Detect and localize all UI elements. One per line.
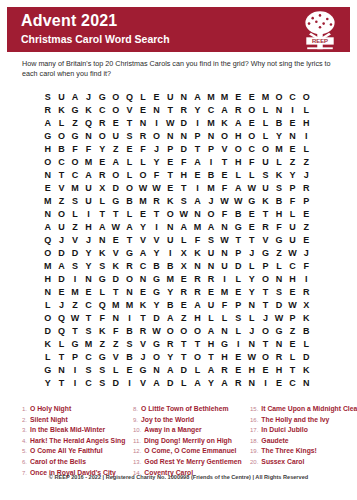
grid-cell: N [136,272,150,285]
grid-cell: B [123,324,137,337]
intro-text: How many of Britain's top 20 Christmas C… [22,59,348,80]
grid-cell: S [177,195,191,208]
grid-cell: R [231,104,245,117]
word-label: O Little Town of Bethlehem [141,405,228,412]
grid-cell: M [41,259,55,272]
grid-cell: D [177,117,191,130]
grid-cell: F [286,195,300,208]
grid-cell: S [272,182,286,195]
grid-cell: E [109,234,123,247]
grid-cell: Z [286,324,300,337]
grid-cell: A [123,221,137,234]
grid-cell: M [272,143,286,156]
grid-cell: F [272,221,286,234]
grid-cell: C [286,259,300,272]
grid-cell: L [191,363,205,376]
grid-cell: X [177,259,191,272]
grid-cell: H [286,272,300,285]
grid-cell: F [109,324,123,337]
word-list-item: 3.In the Bleak Mid-Winter [22,422,125,433]
grid-cell: J [245,246,259,259]
grid-cell: T [109,208,123,221]
grid-cell: L [299,337,313,350]
grid-cell: M [68,285,82,298]
grid-cell: L [259,130,273,143]
grid-cell: T [177,350,191,363]
grid-cell: M [218,285,232,298]
grid-cell: T [259,285,273,298]
grid-cell: L [231,272,245,285]
grid-cell: L [245,311,259,324]
grid-cell: G [95,350,109,363]
grid-cell: N [41,208,55,221]
grid-cell: O [123,272,137,285]
grid-cell: U [82,182,96,195]
grid-cell: A [191,298,205,311]
grid-cell: C [95,104,109,117]
grid-cell: A [231,117,245,130]
grid-cell: N [272,272,286,285]
grid-cell: H [204,337,218,350]
grid-cell: T [150,208,164,221]
grid-cell: F [136,143,150,156]
grid-cell: F [245,156,259,169]
grid-cell: M [163,272,177,285]
grid-cell: T [123,117,137,130]
grid-cell: S [68,195,82,208]
grid-cell: R [177,104,191,117]
grid-cell: E [272,376,286,389]
grid-cell: B [204,169,218,182]
grid-cell: A [163,363,177,376]
grid-cell: Q [41,234,55,247]
grid-cell: M [204,182,218,195]
grid-cell: A [204,363,218,376]
grid-cell: T [55,350,69,363]
grid-cell: H [41,143,55,156]
grid-cell: K [41,337,55,350]
grid-cell: N [150,104,164,117]
grid-cell: N [218,221,232,234]
grid-cell: R [259,221,273,234]
grid-cell: E [150,91,164,104]
grid-cell: K [272,169,286,182]
grid-cell: I [68,272,82,285]
grid-cell: I [150,221,164,234]
grid-cell: Z [272,246,286,259]
grid-cell: R [150,195,164,208]
grid-cell: Y [41,376,55,389]
grid-cell: S [95,376,109,389]
grid-cell: E [218,169,232,182]
grid-cell: P [231,246,245,259]
grid-cell: D [41,324,55,337]
grid-cell: O [109,91,123,104]
grid-cell: O [245,104,259,117]
grid-cell: S [82,363,96,376]
grid-cell: R [218,363,232,376]
grid-cell: F [299,259,313,272]
grid-cell: L [272,156,286,169]
grid-cell: L [123,169,137,182]
reep-tree-logo: REEP [298,9,342,55]
word-label: Carol of the Bells [30,458,86,465]
grid-cell: Z [68,117,82,130]
grid-cell: O [204,208,218,221]
grid-cell: F [68,143,82,156]
grid-cell: E [286,117,300,130]
grid-cell: A [191,376,205,389]
grid-cell: N [272,104,286,117]
grid-cell: M [191,221,205,234]
grid-cell: T [55,376,69,389]
grid-cell: H [191,311,205,324]
grid-cell: E [286,143,300,156]
page-title: Advent 2021 [21,12,117,30]
grid-cell: T [163,169,177,182]
grid-cell: R [272,350,286,363]
word-search-sheet: Advent 2021 Christmas Carol Word Search [0,0,357,500]
grid-cell: C [68,169,82,182]
word-list-item: 4.Hark! The Herald Angels Sing [22,433,125,444]
grid-cell: O [259,143,273,156]
grid-cell: A [231,182,245,195]
grid-cell: W [245,182,259,195]
word-list-column-2: 8.O Little Town of Bethlehem9.Joy to the… [133,401,242,475]
grid-cell: I [204,156,218,169]
grid-cell: J [299,169,313,182]
grid-cell: A [204,324,218,337]
grid-cell: M [204,91,218,104]
grid-cell: O [123,182,137,195]
grid-cell: T [286,363,300,376]
grid-cell: I [68,363,82,376]
grid-cell: P [204,143,218,156]
grid-cell: L [204,311,218,324]
grid-cell: C [82,298,96,311]
grid-cell: L [41,350,55,363]
grid-cell: A [204,221,218,234]
grid-cell: E [191,169,205,182]
grid-cell: B [272,195,286,208]
grid-cell: A [41,117,55,130]
grid-cell: G [150,272,164,285]
grid-cell: Z [177,311,191,324]
grid-cell: V [109,350,123,363]
grid-cell: N [163,221,177,234]
grid-cell: E [41,182,55,195]
grid-cell: T [191,143,205,156]
grid-cell: E [245,208,259,221]
grid-cell: Z [68,298,82,311]
grid-cell: H [231,156,245,169]
grid-cell: N [136,117,150,130]
grid-cell: E [136,208,150,221]
grid-cell: O [299,91,313,104]
grid-cell: X [299,298,313,311]
grid-cell: A [68,91,82,104]
header-band: Advent 2021 Christmas Carol Word Search [7,7,350,52]
grid-cell: W [163,117,177,130]
grid-cell: U [55,221,69,234]
grid-cell: F [218,208,232,221]
grid-cell: E [245,221,259,234]
grid-cell: V [136,337,150,350]
grid-cell: T [245,234,259,247]
grid-cell: Z [299,156,313,169]
grid-cell: G [123,246,137,259]
grid-cell: B [55,143,69,156]
grid-cell: G [68,130,82,143]
grid-cell: A [177,221,191,234]
word-search-grid: SUAJGOQLEUNAMMEEMOCORKGKCOVENTRYCAROLNIL… [41,91,313,389]
grid-cell: P [286,311,300,324]
grid-cell: K [191,246,205,259]
grid-cell: P [68,350,82,363]
grid-cell: T [259,298,273,311]
grid-cell: E [231,363,245,376]
word-label: It Came Upon a Midnight Clear [261,405,357,412]
grid-cell: J [299,246,313,259]
grid-cell: T [204,350,218,363]
grid-cell: Y [150,298,164,311]
grid-cell: N [109,311,123,324]
grid-cell: K [299,311,313,324]
grid-cell: K [218,117,232,130]
grid-cell: Y [245,285,259,298]
grid-cell: Y [163,350,177,363]
grid-cell: S [68,259,82,272]
grid-cell: L [218,311,232,324]
grid-cell: Q [55,324,69,337]
grid-cell: N [245,337,259,350]
grid-cell: V [136,234,150,247]
grid-cell: A [191,195,205,208]
grid-cell: V [150,234,164,247]
grid-cell: K [95,324,109,337]
grid-cell: D [231,259,245,272]
grid-cell: Q [82,117,96,130]
grid-cell: H [82,221,96,234]
grid-cell: I [163,246,177,259]
word-list-item: 12.O Come, O Come Emmanuel [133,443,242,454]
grid-cell: Y [136,221,150,234]
word-list-item: 11.Ding Dong! Merrily on High [133,433,242,444]
grid-cell: D [150,311,164,324]
grid-cell: Z [109,143,123,156]
grid-cell: A [218,104,232,117]
grid-cell: F [218,182,232,195]
grid-cell: U [218,259,232,272]
grid-cell: C [286,376,300,389]
grid-cell: T [109,285,123,298]
grid-cell: J [245,324,259,337]
grid-cell: B [163,298,177,311]
grid-cell: P [259,259,273,272]
grid-cell: E [109,117,123,130]
logo-text: REEP [312,38,328,44]
grid-cell: J [150,143,164,156]
grid-cell: O [55,208,69,221]
grid-cell: P [191,130,205,143]
grid-cell: N [150,363,164,376]
grid-cell: E [299,208,313,221]
grid-cell: I [123,376,137,389]
grid-cell: D [272,298,286,311]
grid-cell: M [136,195,150,208]
grid-cell: N [204,259,218,272]
grid-cell: T [177,337,191,350]
word-number: 20. [250,457,258,468]
grid-cell: N [123,285,137,298]
grid-cell: U [286,234,300,247]
grid-cell: E [123,143,137,156]
grid-cell: I [123,311,137,324]
grid-cell: A [95,221,109,234]
grid-cell: I [82,208,96,221]
grid-cell: O [272,91,286,104]
grid-cell: B [231,208,245,221]
grid-cell: U [82,195,96,208]
grid-cell: N [245,376,259,389]
grid-cell: E [231,350,245,363]
grid-cell: E [123,363,137,376]
grid-cell: S [272,285,286,298]
grid-cell: G [150,337,164,350]
grid-cell: U [204,298,218,311]
grid-cell: C [82,350,96,363]
grid-cell: N [272,337,286,350]
grid-cell: E [204,285,218,298]
grid-cell: A [163,311,177,324]
grid-cell: E [82,285,96,298]
grid-cell: O [55,130,69,143]
grid-cell: N [218,246,232,259]
grid-cell: L [68,208,82,221]
grid-cell: G [95,91,109,104]
grid-cell: L [245,259,259,272]
grid-cell: O [150,350,164,363]
grid-cell: L [231,324,245,337]
grid-cell: G [41,363,55,376]
grid-cell: R [299,182,313,195]
grid-cell: A [191,91,205,104]
grid-cell: D [109,272,123,285]
grid-cell: W [286,246,300,259]
grid-cell: O [259,272,273,285]
grid-cell: O [109,169,123,182]
grid-cell: M [82,156,96,169]
grid-cell: O [150,130,164,143]
grid-cell: T [136,311,150,324]
grid-cell: L [55,337,69,350]
grid-cell: Y [191,104,205,117]
grid-cell: J [82,234,96,247]
grid-cell: W [136,182,150,195]
grid-cell: L [299,143,313,156]
grid-cell: N [177,130,191,143]
grid-cell: P [163,143,177,156]
grid-cell: A [109,156,123,169]
grid-cell: Q [55,311,69,324]
grid-cell: K [163,195,177,208]
word-list-item: 18.Gaudete [250,433,357,444]
grid-cell: F [95,311,109,324]
grid-cell: W [150,324,164,337]
word-label: God Rest Ye Merry Gentlemen [144,458,241,465]
word-label: Sussex Carol [261,458,304,465]
grid-cell: T [82,311,96,324]
grid-cell: W [150,182,164,195]
grid-cell: G [68,337,82,350]
word-list-item: 2.Silent Night [22,412,125,423]
grid-cell: F [218,298,232,311]
grid-cell: G [109,195,123,208]
grid-cell: T [259,337,273,350]
word-list-item: 9.Joy to the World [133,412,242,423]
grid-cell: L [136,156,150,169]
grid-cell: W [68,311,82,324]
grid-cell: G [245,195,259,208]
grid-cell: G [68,104,82,117]
grid-cell: H [218,350,232,363]
grid-cell: M [41,195,55,208]
word-list-item: 8.O Little Town of Bethlehem [133,401,242,412]
grid-cell: U [163,234,177,247]
grid-cell: K [82,104,96,117]
grid-cell: T [191,337,205,350]
grid-cell: B [299,324,313,337]
grid-cell: U [55,91,69,104]
grid-cell: T [231,234,245,247]
grid-cell: E [286,285,300,298]
grid-cell: O [177,324,191,337]
grid-cell: L [272,259,286,272]
grid-cell: E [136,285,150,298]
grid-cell: M [68,182,82,195]
grid-cell: T [177,182,191,195]
grid-cell: T [163,104,177,117]
grid-cell: I [299,272,313,285]
grid-cell: A [55,259,69,272]
grid-cell: V [218,143,232,156]
grid-cell: N [82,130,96,143]
grid-cell: X [95,182,109,195]
grid-cell: M [109,298,123,311]
grid-cell: I [68,376,82,389]
grid-cell: N [55,363,69,376]
grid-cell: H [272,208,286,221]
word-list-item: 20.Sussex Carol [250,454,357,465]
grid-cell: A [150,376,164,389]
grid-cell: O [218,130,232,143]
word-list-item: 19.The Three Kings! [250,443,357,454]
grid-cell: U [204,246,218,259]
grid-cell: Y [245,272,259,285]
grid-cell: I [191,182,205,195]
grid-cell: U [109,130,123,143]
grid-cell: Z [286,156,300,169]
grid-cell: K [259,195,273,208]
grid-cell: Z [95,337,109,350]
grid-cell: L [231,169,245,182]
grid-cell: L [41,298,55,311]
grid-cell: J [136,350,150,363]
grid-cell: S [231,311,245,324]
grid-cell: C [286,91,300,104]
grid-cell: E [163,156,177,169]
grid-cell: H [177,169,191,182]
